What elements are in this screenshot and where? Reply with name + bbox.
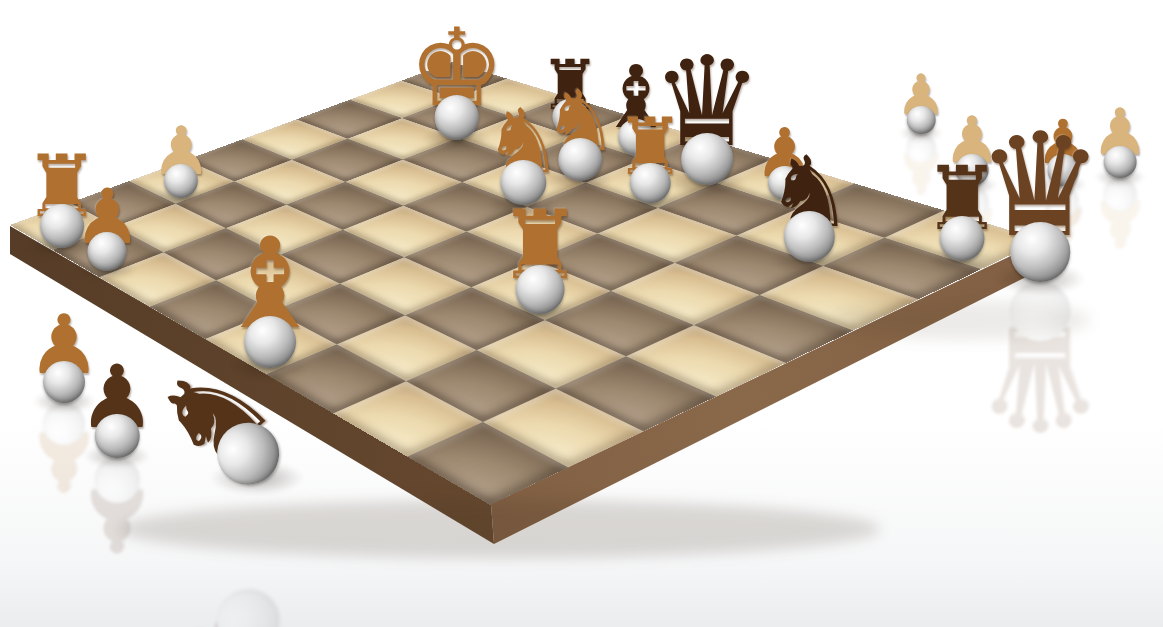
piece-offboard-pawn-right-1: ♟ xyxy=(889,66,954,134)
piece-shadow xyxy=(231,351,309,380)
piece-shadow xyxy=(503,298,576,325)
piece-shadow xyxy=(29,234,95,258)
piece-shadow xyxy=(995,263,1084,296)
piece-shadow xyxy=(609,143,663,163)
piece-shadow xyxy=(548,167,613,191)
piece-shadow xyxy=(928,247,995,272)
piece-offboard-pawn-right-2: ♟ xyxy=(935,108,1009,186)
piece-shadow xyxy=(33,390,96,413)
pawn-icon: ♟ xyxy=(1083,101,1157,165)
piece-shadow xyxy=(947,176,996,194)
board-ground-shadow xyxy=(120,500,880,558)
piece-shadow xyxy=(1095,168,1144,186)
pawn-icon: ♟ xyxy=(935,109,1009,173)
pawn-icon: ♟ xyxy=(17,304,112,386)
pawn-icon: ♟ xyxy=(1028,112,1098,173)
piece-offboard-pawn-right-far: ♟ xyxy=(1083,100,1157,178)
wobble-chess-set-photo: ♜♚♟♟♝♛♞♟♟♟♟♟♟♟♞♜♟♜♞♜♟♛♛♜♝♟♟♟♟♞♞ xyxy=(0,0,1163,627)
piece-shadow xyxy=(78,258,136,279)
pawn-icon: ♟ xyxy=(889,67,954,123)
piece-offboard-pawn-left-upper: ♟ xyxy=(17,303,112,403)
piece-offboard-pawn-right-1-reflection: ♟ xyxy=(889,134,954,202)
piece-shadow xyxy=(620,190,681,212)
pawn-icon: ♟ xyxy=(889,146,954,202)
board-ground-shadow-right xyxy=(830,300,1090,340)
piece-shadow xyxy=(900,125,943,141)
piece-shadow xyxy=(423,126,490,151)
pawn-icon: ♟ xyxy=(1083,191,1157,255)
piece-shadow xyxy=(544,123,597,142)
piece-offboard-pawn-right-far-reflection: ♟ xyxy=(1083,178,1157,256)
piece-offboard-pawn-right-3: ♟ xyxy=(1028,112,1098,186)
piece-shadow xyxy=(489,191,557,216)
piece-shadow xyxy=(210,461,303,495)
piece-shadow xyxy=(668,168,745,196)
piece-shadow xyxy=(1040,176,1087,193)
